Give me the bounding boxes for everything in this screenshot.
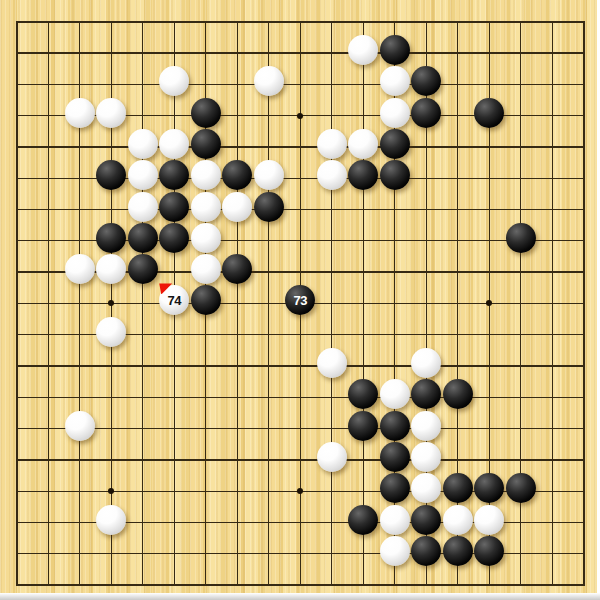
white-stone xyxy=(348,129,378,159)
white-stone xyxy=(128,160,158,190)
black-stone xyxy=(222,254,252,284)
grid-line-horizontal xyxy=(16,584,585,586)
white-stone xyxy=(254,66,284,96)
black-stone xyxy=(380,411,410,441)
black-stone xyxy=(380,35,410,65)
white-stone xyxy=(128,129,158,159)
white-stone xyxy=(317,129,347,159)
white-stone xyxy=(380,505,410,535)
white-stone xyxy=(191,254,221,284)
white-stone xyxy=(222,192,252,222)
white-stone xyxy=(411,348,441,378)
black-stone xyxy=(96,160,126,190)
white-stone xyxy=(96,505,126,535)
black-stone xyxy=(411,536,441,566)
black-stone xyxy=(380,160,410,190)
black-stone xyxy=(222,160,252,190)
black-stone xyxy=(474,98,504,128)
black-stone xyxy=(380,442,410,472)
black-stone xyxy=(380,473,410,503)
white-stone xyxy=(380,66,410,96)
black-stone xyxy=(443,379,473,409)
black-stone xyxy=(411,98,441,128)
black-stone xyxy=(506,223,536,253)
grid-line-horizontal xyxy=(16,365,585,366)
star-point xyxy=(486,300,492,306)
black-stone xyxy=(128,254,158,284)
white-stone xyxy=(191,223,221,253)
star-point xyxy=(297,488,303,494)
star-point xyxy=(108,300,114,306)
black-stone xyxy=(411,505,441,535)
black-stone xyxy=(128,223,158,253)
white-stone xyxy=(411,411,441,441)
white-stone xyxy=(317,160,347,190)
white-stone xyxy=(317,442,347,472)
white-stone xyxy=(474,505,504,535)
grid-line-vertical xyxy=(363,21,364,586)
go-board[interactable]: 7374 xyxy=(0,0,597,595)
grid-line-horizontal xyxy=(16,397,585,398)
white-stone xyxy=(96,254,126,284)
white-stone xyxy=(191,160,221,190)
black-stone xyxy=(443,473,473,503)
white-stone xyxy=(411,473,441,503)
black-stone xyxy=(159,192,189,222)
white-stone xyxy=(65,98,95,128)
black-stone xyxy=(254,192,284,222)
grid-line-vertical xyxy=(331,21,332,586)
black-stone xyxy=(191,129,221,159)
black-stone xyxy=(506,473,536,503)
grid-line-horizontal xyxy=(16,459,585,460)
black-stone xyxy=(348,505,378,535)
black-stone xyxy=(411,379,441,409)
black-stone xyxy=(348,160,378,190)
white-stone xyxy=(348,35,378,65)
white-stone xyxy=(254,160,284,190)
black-stone xyxy=(411,66,441,96)
white-stone xyxy=(191,192,221,222)
black-stone xyxy=(474,473,504,503)
black-stone xyxy=(443,536,473,566)
black-stone xyxy=(96,223,126,253)
white-stone xyxy=(159,129,189,159)
black-stone xyxy=(191,285,221,315)
white-stone xyxy=(443,505,473,535)
grid-line-vertical xyxy=(583,21,585,586)
white-stone xyxy=(128,192,158,222)
black-stone xyxy=(348,379,378,409)
black-stone xyxy=(348,411,378,441)
white-stone xyxy=(65,411,95,441)
black-stone xyxy=(474,536,504,566)
white-stone xyxy=(380,536,410,566)
black-stone xyxy=(380,129,410,159)
white-stone xyxy=(317,348,347,378)
black-stone xyxy=(159,223,189,253)
white-stone xyxy=(96,98,126,128)
grid-line-vertical xyxy=(552,21,553,586)
white-stone xyxy=(380,98,410,128)
black-stone xyxy=(285,285,315,315)
page-bottom-margin xyxy=(0,593,600,600)
black-stone xyxy=(159,160,189,190)
white-stone xyxy=(65,254,95,284)
grid-line-horizontal xyxy=(16,428,585,429)
white-stone xyxy=(380,379,410,409)
star-point xyxy=(297,113,303,119)
star-point xyxy=(108,488,114,494)
white-stone xyxy=(96,317,126,347)
white-stone xyxy=(411,442,441,472)
black-stone xyxy=(191,98,221,128)
white-stone xyxy=(159,66,189,96)
go-app-window: 7374 xyxy=(0,0,600,600)
